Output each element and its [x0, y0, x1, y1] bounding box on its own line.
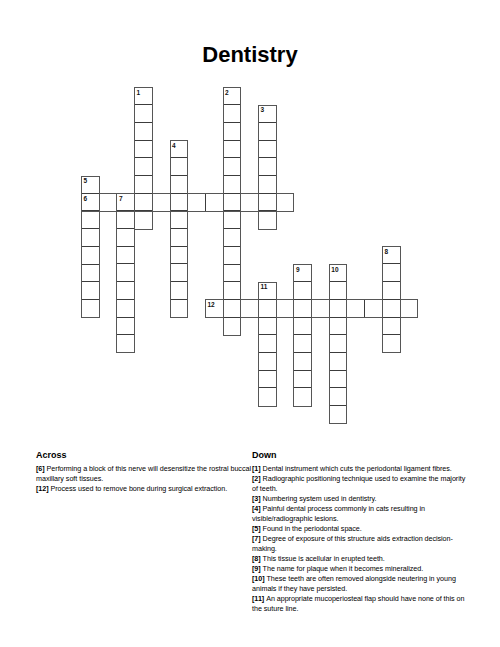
- grid-line: [330, 334, 347, 335]
- clue-5-down: [5] Found in the periodontal space.: [252, 524, 468, 534]
- grid-line: [330, 370, 347, 371]
- grid-line: [224, 175, 241, 176]
- grid-line: [171, 263, 188, 264]
- clue-number: 8: [384, 248, 388, 255]
- grid-line: [171, 281, 188, 282]
- grid-line: [224, 157, 241, 158]
- grid-line: [294, 281, 311, 282]
- grid-line: [383, 281, 400, 282]
- grid-line: [135, 210, 152, 211]
- grid-line: [224, 104, 241, 105]
- clue-11-down: [11] An appropriate mucoperiosteal flap …: [252, 594, 468, 614]
- word-8-down: 8: [382, 246, 401, 353]
- grid-line: [294, 334, 311, 335]
- clue-10-down: [10] These teeth are often removed along…: [252, 574, 468, 594]
- clue-12-across: [12] Process used to remove bone during …: [36, 484, 264, 494]
- word-5-down: 5: [81, 176, 100, 319]
- across-clues-section: Across [6] Performing a block of this ne…: [36, 450, 264, 494]
- word-2-down: 2: [223, 87, 242, 336]
- clue-8-down: [8] This tissue is acellular in erupted …: [252, 554, 468, 564]
- clue-6-across: [6] Performing a block of this nerve wil…: [36, 464, 264, 484]
- grid-line: [117, 281, 134, 282]
- grid-line: [82, 281, 99, 282]
- clue-number-label: [11]: [252, 594, 266, 603]
- grid-line: [259, 157, 276, 158]
- grid-line: [294, 387, 311, 388]
- grid-line: [224, 281, 241, 282]
- word-4-down: 4: [170, 140, 189, 318]
- down-clues-section: Down [1] Dental instrument which cuts th…: [252, 450, 468, 614]
- clue-number: 11: [261, 283, 268, 290]
- grid-line: [224, 140, 241, 141]
- grid-line: [82, 264, 99, 265]
- grid-line: [205, 194, 206, 211]
- across-heading: Across: [36, 450, 264, 460]
- clue-number: 3: [261, 106, 265, 113]
- grid-line: [224, 246, 241, 247]
- grid-line: [117, 210, 134, 211]
- word-3-down: 3: [258, 105, 277, 230]
- clue-number-label: [2]: [252, 474, 263, 483]
- grid-line: [259, 122, 276, 123]
- grid-line: [135, 157, 152, 158]
- clue-number-label: [5]: [252, 524, 263, 533]
- grid-line: [117, 317, 134, 318]
- grid-line: [383, 263, 400, 264]
- clue-2-down: [2] Radiographic positioning technique u…: [252, 474, 468, 494]
- clue-number: 2: [225, 89, 229, 96]
- grid-line: [330, 387, 347, 388]
- word-9-down: 9: [293, 264, 312, 407]
- clue-number-label: [7]: [252, 534, 263, 543]
- grid-line: [82, 228, 99, 229]
- clue-number: 10: [331, 266, 338, 273]
- grid-line: [135, 193, 152, 194]
- down-clue-list: [1] Dental instrument which cuts the per…: [252, 464, 468, 614]
- grid-line: [171, 157, 188, 158]
- grid-line: [135, 175, 152, 176]
- grid-line: [259, 299, 276, 300]
- grid-line: [224, 210, 241, 211]
- grid-line: [171, 193, 188, 194]
- grid-line: [294, 352, 311, 353]
- clue-number-label: [1]: [252, 464, 263, 473]
- clue-number: 5: [84, 177, 88, 184]
- grid-line: [259, 387, 276, 388]
- grid-line: [224, 264, 241, 265]
- clue-number-label: [4]: [252, 504, 263, 513]
- clue-number: 12: [207, 301, 214, 308]
- word-10-down: 10: [329, 264, 348, 424]
- grid-line: [259, 193, 276, 194]
- grid-line: [224, 122, 241, 123]
- grid-line: [330, 405, 347, 406]
- clue-7-down: [7] Degree of exposure of this structure…: [252, 534, 468, 554]
- grid-line: [224, 299, 241, 300]
- clue-number: 4: [172, 142, 176, 149]
- grid-line: [259, 140, 276, 141]
- grid-line: [82, 193, 99, 194]
- grid-line: [171, 175, 188, 176]
- grid-line: [117, 299, 134, 300]
- puzzle-title: Dentistry: [0, 42, 500, 68]
- grid-line: [259, 210, 276, 211]
- grid-line: [294, 370, 311, 371]
- grid-line: [364, 300, 365, 317]
- grid-line: [117, 228, 134, 229]
- grid-line: [330, 299, 347, 300]
- grid-line: [117, 263, 134, 264]
- word-7-down: 7: [116, 193, 135, 353]
- across-clue-list: [6] Performing a block of this nerve wil…: [36, 464, 264, 494]
- grid-line: [117, 246, 134, 247]
- grid-line: [294, 299, 311, 300]
- grid-line: [171, 228, 188, 229]
- grid-line: [224, 317, 241, 318]
- clue-number-label: [8]: [252, 554, 263, 563]
- grid-line: [259, 334, 276, 335]
- grid-line: [383, 317, 400, 318]
- grid-line: [224, 228, 241, 229]
- grid-line: [135, 140, 152, 141]
- crossword-worksheet: { "title": "Dentistry", "game": "crosswo…: [0, 0, 500, 647]
- clue-1-down: [1] Dental instrument which cuts the per…: [252, 464, 468, 474]
- grid-line: [117, 334, 134, 335]
- grid-line: [82, 246, 99, 247]
- clue-number: 1: [137, 89, 141, 96]
- clue-9-down: [9] The name for plaque when it becomes …: [252, 564, 468, 574]
- grid-line: [82, 210, 99, 211]
- grid-line: [383, 299, 400, 300]
- grid-line: [259, 175, 276, 176]
- clue-number: 9: [296, 266, 300, 273]
- grid-line: [82, 299, 99, 300]
- clue-number-label: [12]: [36, 484, 51, 493]
- clue-number-label: [6]: [36, 464, 47, 473]
- clue-number-label: [10]: [252, 574, 267, 583]
- grid-line: [330, 317, 347, 318]
- crossword-grid: 612123457891011: [81, 87, 419, 425]
- grid-line: [259, 352, 276, 353]
- grid-line: [171, 246, 188, 247]
- grid-line: [171, 299, 188, 300]
- down-heading: Down: [252, 450, 468, 460]
- clue-3-down: [3] Numbering system used in dentistry.: [252, 494, 468, 504]
- clue-number-label: [3]: [252, 494, 263, 503]
- grid-line: [224, 193, 241, 194]
- grid-line: [330, 281, 347, 282]
- clue-number: 7: [119, 195, 123, 202]
- word-1-down: 1: [134, 87, 153, 230]
- grid-line: [259, 317, 276, 318]
- grid-line: [294, 317, 311, 318]
- grid-line: [135, 104, 152, 105]
- grid-line: [259, 370, 276, 371]
- word-11-down: 11: [258, 282, 277, 407]
- clue-4-down: [4] Painful dental process commonly in c…: [252, 504, 468, 524]
- grid-line: [383, 334, 400, 335]
- grid-line: [330, 352, 347, 353]
- grid-line: [171, 210, 188, 211]
- clue-number-label: [9]: [252, 564, 263, 573]
- grid-line: [135, 122, 152, 123]
